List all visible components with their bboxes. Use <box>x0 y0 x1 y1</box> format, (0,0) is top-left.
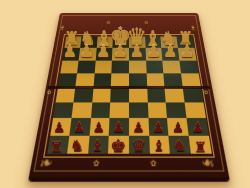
piece-black-bishop[interactable]: ♝ <box>91 138 105 154</box>
square-g5[interactable] <box>73 87 93 102</box>
square-c3[interactable] <box>145 60 163 73</box>
bottom-band-rosette-right-icon: ✿ <box>150 159 156 167</box>
piece-white-pawn[interactable]: ♟ <box>163 44 178 60</box>
piece-white-pawn[interactable]: ♟ <box>113 44 128 60</box>
piece-black-pawn[interactable]: ♟ <box>172 122 184 135</box>
square-b5[interactable] <box>164 87 184 102</box>
square-b3[interactable] <box>162 60 180 73</box>
piece-white-pawn[interactable]: ♟ <box>130 44 145 60</box>
chess-set-photo: ❧❧❧❧✿✿✿✿✿✿ ♜♞♝♚♛♝♞♜♟♟♟♟♟♟♟♟♟♟♟♟♟♟♟♟♜♞♝♚♛… <box>0 0 250 188</box>
square-g3[interactable] <box>77 60 95 73</box>
piece-white-pawn[interactable]: ♟ <box>180 44 195 60</box>
square-a5[interactable] <box>182 87 202 102</box>
square-d3[interactable] <box>129 60 146 73</box>
square-e3[interactable] <box>111 60 128 73</box>
square-d5[interactable] <box>129 87 147 102</box>
bottom-left-scrollwork-icon: ❧ <box>39 153 52 173</box>
square-e6[interactable] <box>109 102 128 118</box>
piece-black-pawn[interactable]: ♟ <box>93 122 105 135</box>
piece-black-pawn[interactable]: ♟ <box>192 122 204 135</box>
piece-black-pawn[interactable]: ♟ <box>53 122 65 135</box>
piece-black-pawn[interactable]: ♟ <box>152 122 164 135</box>
square-a6[interactable] <box>184 102 205 118</box>
piece-black-rook[interactable]: ♜ <box>50 139 63 153</box>
square-h6[interactable] <box>52 102 73 118</box>
square-g6[interactable] <box>71 102 91 118</box>
piece-black-king[interactable]: ♚ <box>110 136 126 154</box>
board-hinge-fold-line <box>47 86 210 89</box>
piece-black-bishop[interactable]: ♝ <box>152 138 166 154</box>
square-f3[interactable] <box>94 60 112 73</box>
piece-white-pawn[interactable]: ♟ <box>146 44 161 60</box>
left-band-rosette-icon: ✿ <box>46 90 51 95</box>
piece-white-pawn[interactable]: ♟ <box>79 44 94 60</box>
piece-black-queen[interactable]: ♛ <box>131 137 146 154</box>
bottom-right-scrollwork-icon: ❧ <box>201 153 214 173</box>
square-c5[interactable] <box>146 87 165 102</box>
piece-white-pawn[interactable]: ♟ <box>63 44 78 60</box>
square-a3[interactable] <box>179 60 198 73</box>
right-band-rosette-icon: ✿ <box>203 90 208 95</box>
square-h5[interactable] <box>55 87 75 102</box>
square-b6[interactable] <box>165 102 185 118</box>
piece-black-knight[interactable]: ♞ <box>173 138 187 154</box>
square-d6[interactable] <box>129 102 148 118</box>
square-e5[interactable] <box>110 87 128 102</box>
piece-black-pawn[interactable]: ♟ <box>113 122 125 135</box>
piece-black-pawn[interactable]: ♟ <box>73 122 85 135</box>
piece-black-rook[interactable]: ♜ <box>194 139 207 153</box>
piece-black-knight[interactable]: ♞ <box>70 138 84 154</box>
square-h3[interactable] <box>59 60 78 73</box>
square-f6[interactable] <box>90 102 110 118</box>
piece-black-pawn[interactable]: ♟ <box>132 122 144 135</box>
piece-white-pawn[interactable]: ♟ <box>96 44 111 60</box>
bottom-band-rosette-left-icon: ✿ <box>93 159 100 167</box>
square-f5[interactable] <box>92 87 111 102</box>
square-c6[interactable] <box>147 102 167 118</box>
